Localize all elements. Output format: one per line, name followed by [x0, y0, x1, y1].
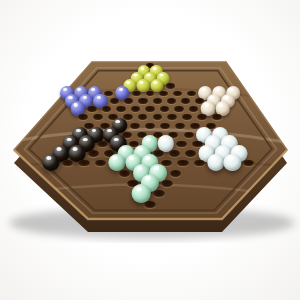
occupied-hole[interactable]: ● [133, 188, 150, 199]
hole-pit [132, 91, 141, 96]
hole-pit [176, 141, 187, 147]
hole-pit [167, 98, 176, 104]
empty-hole[interactable] [209, 113, 224, 121]
hole-pit [160, 123, 170, 129]
empty-hole[interactable] [127, 122, 142, 131]
hole-pit [170, 170, 181, 177]
occupied-hole[interactable]: ● [115, 90, 129, 98]
hole-pit [174, 106, 183, 112]
empty-hole[interactable] [172, 105, 187, 113]
hole-pit [197, 114, 207, 120]
board-row-17 [141, 199, 159, 210]
hole-pit [119, 170, 130, 177]
hole-pit [160, 106, 169, 112]
hole-pit [175, 123, 185, 129]
occupied-hole[interactable]: ● [224, 158, 240, 168]
occupied-hole[interactable]: ● [93, 97, 107, 105]
occupied-hole[interactable]: ● [136, 82, 150, 89]
hole-pit [78, 114, 88, 120]
hole-pit [102, 106, 111, 112]
empty-hole[interactable] [165, 113, 180, 121]
empty-hole[interactable] [194, 113, 209, 121]
occupied-hole[interactable]: ● [69, 149, 85, 159]
empty-hole[interactable] [116, 168, 133, 178]
empty-hole[interactable] [150, 97, 164, 105]
hole-pit [138, 114, 148, 120]
star-hole-grid: ●●●●●●●●●●●●●●●●●●●●●●●●●●●●●●●●●●●●●●●●… [0, 62, 300, 210]
hole-pit [145, 106, 154, 112]
empty-hole[interactable] [180, 113, 195, 121]
empty-hole[interactable] [91, 113, 106, 121]
occupied-hole[interactable]: ● [109, 158, 125, 168]
hole-pit [97, 141, 108, 147]
hole-pit [88, 150, 99, 157]
hole-pit [177, 160, 188, 167]
empty-hole[interactable] [76, 158, 92, 168]
marble-white[interactable]: ● [224, 154, 241, 171]
empty-hole[interactable] [185, 90, 199, 98]
empty-hole[interactable] [95, 139, 111, 148]
empty-hole[interactable] [150, 188, 167, 199]
empty-hole[interactable] [143, 105, 158, 113]
hole-pit [144, 201, 156, 208]
hole-pit [173, 91, 182, 96]
hole-pit [169, 150, 180, 157]
hole-pit [95, 160, 106, 167]
empty-hole[interactable] [181, 130, 197, 139]
empty-hole[interactable] [129, 90, 143, 98]
empty-hole[interactable] [166, 149, 182, 159]
empty-hole[interactable] [171, 90, 185, 98]
occupied-hole[interactable]: ● [150, 82, 164, 89]
hole-pit [182, 114, 192, 120]
hole-pit [93, 114, 103, 120]
hole-pit [110, 98, 119, 104]
empty-hole[interactable] [182, 149, 198, 159]
empty-hole[interactable] [107, 97, 121, 105]
occupied-hole[interactable]: ● [208, 158, 224, 168]
occupied-hole[interactable]: ● [70, 105, 85, 113]
occupied-hole[interactable]: ● [158, 139, 174, 148]
empty-hole[interactable] [164, 97, 178, 105]
hole-pit [87, 106, 96, 112]
hole-pit [181, 98, 190, 104]
hole-pit [78, 160, 89, 167]
empty-hole[interactable] [136, 97, 150, 105]
board-row-4: ●●● [123, 82, 177, 89]
hole-pit [194, 160, 205, 167]
empty-hole[interactable] [157, 105, 172, 113]
empty-hole[interactable] [241, 158, 257, 168]
hole-pit [138, 98, 147, 104]
hole-pit [153, 190, 165, 197]
empty-hole[interactable] [92, 158, 108, 168]
hole-pit [62, 160, 73, 167]
empty-hole[interactable] [59, 158, 75, 168]
hole-pit [146, 91, 155, 96]
hole-pit [184, 132, 194, 138]
empty-hole[interactable] [167, 168, 184, 178]
empty-hole[interactable] [173, 122, 188, 131]
empty-hole[interactable] [76, 113, 91, 121]
hole-pit [159, 91, 168, 96]
empty-hole[interactable] [158, 122, 173, 131]
board-row-8 [76, 113, 224, 121]
hole-pit [130, 123, 140, 129]
empty-hole[interactable] [175, 158, 191, 168]
hole-pit [189, 106, 198, 112]
empty-hole[interactable] [159, 178, 176, 188]
hole-pit [187, 91, 196, 96]
empty-hole[interactable] [141, 199, 159, 210]
empty-hole[interactable] [150, 113, 165, 121]
empty-hole[interactable] [85, 149, 101, 159]
empty-hole[interactable] [114, 105, 129, 113]
occupied-hole[interactable]: ● [43, 158, 59, 168]
empty-hole[interactable] [164, 82, 178, 89]
hole-pit [167, 114, 177, 120]
empty-hole[interactable] [99, 105, 114, 113]
hole-pit [131, 106, 140, 112]
marble-black[interactable]: ● [42, 154, 59, 171]
hole-pit [153, 98, 162, 104]
board-row-16: ● [133, 188, 168, 199]
empty-hole[interactable] [186, 105, 201, 113]
empty-hole[interactable] [128, 105, 143, 113]
board-row-13: ●●●●●● [43, 158, 257, 168]
occupied-hole[interactable]: ● [201, 105, 216, 113]
empty-hole[interactable] [85, 105, 100, 113]
hole-pit [153, 114, 163, 120]
hole-pit [124, 98, 133, 104]
empty-hole[interactable] [142, 122, 157, 131]
empty-hole[interactable] [157, 90, 171, 98]
empty-hole[interactable] [135, 113, 150, 121]
chinese-checkers-photo: ●●●●●●●●●●●●●●●●●●●●●●●●●●●●●●●●●●●●●●●●… [0, 0, 300, 300]
board-row-15: ● [124, 178, 175, 188]
hole-pit [212, 114, 222, 120]
empty-hole[interactable] [122, 97, 136, 105]
empty-hole[interactable] [178, 97, 192, 105]
marble-white[interactable]: ● [207, 154, 224, 171]
board-row-7: ●●● [70, 105, 230, 113]
hole-pit [243, 160, 254, 167]
empty-hole[interactable] [143, 90, 157, 98]
empty-hole[interactable] [174, 139, 190, 148]
occupied-hole[interactable]: ● [215, 105, 230, 113]
hole-pit [116, 106, 125, 112]
hole-pit [185, 150, 196, 157]
hole-pit [161, 180, 173, 187]
hole-pit [145, 123, 155, 129]
empty-hole[interactable] [191, 158, 207, 168]
hole-pit [166, 83, 175, 88]
